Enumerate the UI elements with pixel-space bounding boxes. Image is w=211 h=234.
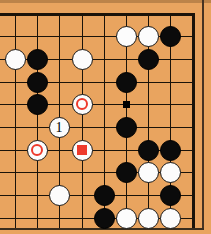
black-stone[interactable] [94,208,115,229]
white-stone[interactable] [138,208,159,229]
circle-marker-icon [76,98,88,110]
white-stone[interactable] [160,162,181,183]
black-stone[interactable] [27,94,48,115]
white-stone[interactable] [72,49,93,70]
black-stone[interactable] [94,185,115,206]
grid-line [0,13,195,16]
grid-line [37,13,38,229]
star-point-icon [123,101,130,108]
black-stone[interactable] [116,162,137,183]
black-stone[interactable] [138,140,159,161]
white-stone[interactable] [160,208,181,229]
white-stone[interactable] [5,49,26,70]
board-frame-top [0,0,211,3]
black-stone[interactable] [160,26,181,47]
white-stone-circle-marked[interactable] [27,140,48,161]
white-stone[interactable] [116,26,137,47]
white-stone[interactable] [138,162,159,183]
grid-line [15,13,16,229]
grid-line [82,13,83,229]
square-marker-icon [77,145,87,155]
white-stone[interactable] [138,26,159,47]
grid-line [192,13,195,229]
circle-marker-icon [31,144,43,156]
white-stone-move-1[interactable]: 1 [49,117,70,138]
black-stone[interactable] [160,185,181,206]
grid-line [0,127,195,128]
white-stone[interactable] [49,185,70,206]
black-stone[interactable] [27,72,48,93]
black-stone[interactable] [160,140,181,161]
board-frame-right [202,0,204,230]
black-stone[interactable] [116,72,137,93]
white-stone-circle-marked[interactable] [72,94,93,115]
move-number-label: 1 [56,120,63,135]
white-stone[interactable] [116,208,137,229]
black-stone[interactable] [116,117,137,138]
white-stone-square-marked[interactable] [72,140,93,161]
black-stone[interactable] [138,49,159,70]
go-board[interactable]: 1 [0,0,211,234]
black-stone[interactable] [27,49,48,70]
